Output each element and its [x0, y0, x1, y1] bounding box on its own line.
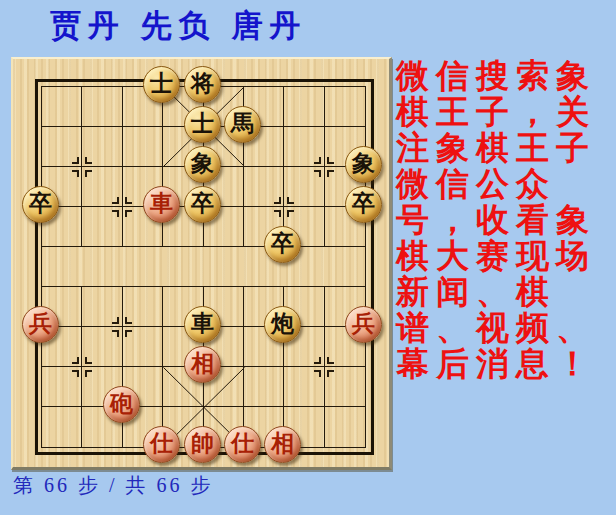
- piece-black-horse[interactable]: 馬: [224, 106, 261, 143]
- piece-red-soldier[interactable]: 兵: [345, 306, 382, 343]
- piece-glyph: 象: [191, 152, 214, 175]
- position-marker: [314, 357, 334, 377]
- piece-red-cannon[interactable]: 砲: [103, 386, 140, 423]
- position-marker: [72, 357, 92, 377]
- ad-line: 注象棋王子: [396, 130, 616, 166]
- piece-red-advisor[interactable]: 仕: [143, 426, 180, 463]
- piece-glyph: 仕: [231, 432, 254, 455]
- piece-black-advisor[interactable]: 士: [184, 106, 221, 143]
- board-cell: [163, 247, 203, 287]
- board-cell: [325, 247, 365, 287]
- piece-black-cannon[interactable]: 炮: [264, 306, 301, 343]
- marker-corner: [85, 157, 92, 164]
- piece-black-chariot[interactable]: 車: [184, 306, 221, 343]
- board-cell: [325, 87, 365, 127]
- position-marker: [274, 197, 294, 217]
- ad-line: 谱、视频、: [396, 310, 616, 346]
- move-counter: 第 66 步 / 共 66 步: [13, 472, 214, 499]
- marker-corner: [287, 210, 294, 217]
- marker-corner: [125, 210, 132, 217]
- piece-glyph: 卒: [191, 192, 214, 215]
- marker-corner: [287, 197, 294, 204]
- marker-corner: [327, 170, 334, 177]
- game-title: 贾丹 先负 唐丹: [50, 5, 308, 47]
- piece-black-elephant[interactable]: 象: [345, 146, 382, 183]
- ad-line: 新闻、棋: [396, 274, 616, 310]
- marker-corner: [314, 370, 321, 377]
- piece-black-soldier[interactable]: 卒: [22, 186, 59, 223]
- piece-glyph: 帥: [191, 432, 214, 455]
- marker-corner: [112, 317, 119, 324]
- ad-text: 微信搜索象棋王子，关注象棋王子微信公众号，收看象棋大赛现场新闻、棋谱、视频、幕后…: [396, 58, 616, 382]
- piece-black-soldier[interactable]: 卒: [345, 186, 382, 223]
- board-cell: [123, 127, 163, 167]
- ad-line: 号，收看象: [396, 202, 616, 238]
- board-cell: [204, 247, 244, 287]
- ad-line: 微信搜索象: [396, 58, 616, 94]
- piece-glyph: 卒: [352, 192, 375, 215]
- piece-glyph: 相: [271, 432, 294, 455]
- position-marker: [314, 157, 334, 177]
- piece-red-elephant[interactable]: 相: [264, 426, 301, 463]
- board-cell: [82, 87, 122, 127]
- board-cell: [123, 247, 163, 287]
- marker-corner: [112, 197, 119, 204]
- piece-red-advisor[interactable]: 仕: [224, 426, 261, 463]
- piece-glyph: 炮: [271, 312, 294, 335]
- marker-corner: [72, 357, 79, 364]
- piece-glyph: 象: [352, 152, 375, 175]
- board-cell: [82, 247, 122, 287]
- piece-glyph: 将: [191, 72, 214, 95]
- piece-black-soldier[interactable]: 卒: [264, 226, 301, 263]
- marker-corner: [112, 330, 119, 337]
- marker-corner: [274, 197, 281, 204]
- piece-glyph: 卒: [271, 232, 294, 255]
- app-window: 贾丹 先负 唐丹 士将士馬象象卒車卒卒卒兵車炮兵相砲仕帥仕相 微信搜索象棋王子，…: [0, 0, 616, 515]
- marker-corner: [327, 370, 334, 377]
- piece-glyph: 砲: [110, 392, 133, 415]
- piece-black-elephant[interactable]: 象: [184, 146, 221, 183]
- marker-corner: [125, 330, 132, 337]
- piece-glyph: 仕: [150, 432, 173, 455]
- piece-black-general[interactable]: 将: [184, 66, 221, 103]
- marker-corner: [85, 357, 92, 364]
- marker-corner: [85, 370, 92, 377]
- piece-glyph: 士: [150, 72, 173, 95]
- position-marker: [112, 317, 132, 337]
- board-cell: [42, 407, 82, 447]
- piece-glyph: 兵: [352, 312, 375, 335]
- piece-glyph: 車: [191, 312, 214, 335]
- marker-corner: [327, 357, 334, 364]
- piece-red-chariot[interactable]: 車: [143, 186, 180, 223]
- board-cell: [42, 87, 82, 127]
- piece-glyph: 車: [150, 192, 173, 215]
- marker-corner: [274, 210, 281, 217]
- piece-glyph: 士: [191, 112, 214, 135]
- marker-corner: [112, 210, 119, 217]
- ad-line: 棋大赛现场: [396, 238, 616, 274]
- ad-line: 幕后消息！: [396, 346, 616, 382]
- marker-corner: [314, 170, 321, 177]
- marker-corner: [72, 170, 79, 177]
- position-marker: [112, 197, 132, 217]
- piece-black-soldier[interactable]: 卒: [184, 186, 221, 223]
- piece-black-advisor[interactable]: 士: [143, 66, 180, 103]
- piece-glyph: 相: [191, 352, 214, 375]
- piece-red-elephant[interactable]: 相: [184, 346, 221, 383]
- marker-corner: [125, 317, 132, 324]
- position-marker: [72, 157, 92, 177]
- marker-corner: [125, 197, 132, 204]
- marker-corner: [314, 157, 321, 164]
- board-cell: [284, 87, 324, 127]
- board-cell: [325, 407, 365, 447]
- marker-corner: [72, 157, 79, 164]
- xiangqi-board[interactable]: 士将士馬象象卒車卒卒卒兵車炮兵相砲仕帥仕相: [11, 57, 392, 470]
- marker-corner: [85, 170, 92, 177]
- piece-glyph: 馬: [231, 112, 254, 135]
- board-cell: [42, 247, 82, 287]
- piece-red-soldier[interactable]: 兵: [22, 306, 59, 343]
- piece-glyph: 兵: [29, 312, 52, 335]
- ad-line: 棋王子，关: [396, 94, 616, 130]
- board-cell: [244, 367, 284, 407]
- marker-corner: [327, 157, 334, 164]
- marker-corner: [72, 370, 79, 377]
- piece-glyph: 卒: [29, 192, 52, 215]
- ad-line: 微信公众: [396, 166, 616, 202]
- marker-corner: [314, 357, 321, 364]
- piece-red-general[interactable]: 帥: [184, 426, 221, 463]
